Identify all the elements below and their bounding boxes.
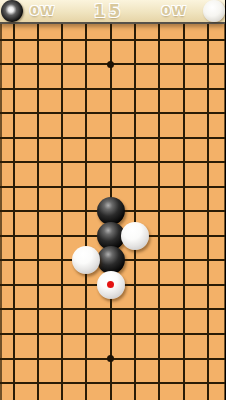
white-stone	[72, 246, 100, 274]
black-player-stone-icon	[1, 0, 23, 22]
grid-line-horizontal	[0, 137, 225, 139]
go-board[interactable]	[0, 0, 225, 400]
grid-line-horizontal	[0, 161, 225, 163]
grid-line-horizontal	[0, 382, 225, 384]
grid-line-horizontal	[0, 308, 225, 310]
grid-line-horizontal	[0, 112, 225, 114]
white-stone	[97, 271, 125, 299]
grid-line-vertical	[224, 23, 226, 400]
star-point	[107, 355, 114, 362]
white-player-stone-icon	[203, 0, 225, 22]
grid-line-horizontal	[0, 186, 225, 188]
top-bar: 0W 15 0W	[0, 0, 225, 24]
countdown-label: 15	[55, 0, 161, 22]
last-move-marker	[107, 281, 114, 288]
white-stone	[121, 222, 149, 250]
grid-line-horizontal	[0, 39, 225, 41]
app-screen: 0W 15 0W	[0, 0, 225, 400]
black-wins-label: 0W	[30, 0, 55, 22]
star-point	[107, 61, 114, 68]
grid-line-horizontal	[0, 88, 225, 90]
grid-line-vertical	[0, 23, 2, 400]
grid-line-horizontal	[0, 333, 225, 335]
white-wins-label: 0W	[162, 0, 187, 22]
